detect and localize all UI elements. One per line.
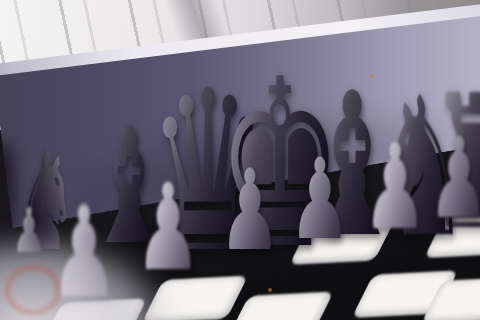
chess-set-photo: ♞♝♛♚♝♜♞♟♟♟♟♟♟♟ xyxy=(0,0,480,320)
pawn-glyph: ♟ xyxy=(49,190,119,316)
pawn-glyph: ♟ xyxy=(135,168,202,288)
out-of-focus-piece-blur xyxy=(0,142,16,242)
pawn-glyph: ♟ xyxy=(428,122,480,234)
piece-pawn-g: ♟ xyxy=(409,122,480,234)
red-ring-marking xyxy=(6,266,60,314)
